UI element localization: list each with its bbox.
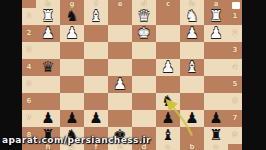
rank-label-right-5: 5: [228, 76, 242, 93]
piece-white-pawn[interactable]: ♟: [113, 76, 126, 93]
rank-label-right-2: 2: [228, 25, 242, 42]
rank-label-right-3: 3: [228, 42, 242, 59]
piece-black-pawn[interactable]: ♟: [41, 110, 54, 127]
square-e5[interactable]: ♟: [108, 76, 132, 93]
square-e2[interactable]: [108, 25, 132, 42]
rank-label: 4: [233, 64, 238, 71]
square-e4[interactable]: [108, 59, 132, 76]
video-frame: hgfedcba1♜♞♝♛♞♜12♟♟♚♟♟2334♛♟♝45♟56♞67♟♟♟…: [0, 0, 266, 150]
square-d3[interactable]: [132, 42, 156, 59]
piece-black-pawn[interactable]: ♟: [65, 110, 78, 127]
square-b5[interactable]: [180, 76, 204, 93]
rank-label-right-8: 8: [228, 127, 242, 144]
square-c1[interactable]: [156, 8, 180, 25]
square-c5[interactable]: [156, 76, 180, 93]
rank-label: 8: [233, 132, 238, 139]
piece-white-rook[interactable]: ♜: [41, 8, 54, 25]
piece-white-pawn[interactable]: ♟: [161, 59, 174, 76]
piece-black-pawn[interactable]: ♟: [209, 110, 222, 127]
square-e7[interactable]: [108, 110, 132, 127]
rank-label: 7: [233, 115, 238, 122]
rank-label: 2: [27, 30, 32, 37]
piece-white-king[interactable]: ♚: [137, 25, 150, 42]
square-c7[interactable]: ♟: [156, 110, 180, 127]
square-a1[interactable]: ♜: [204, 8, 228, 25]
piece-white-pawn[interactable]: ♟: [185, 25, 198, 42]
square-h7[interactable]: ♟: [36, 110, 60, 127]
piece-black-knight[interactable]: ♞: [161, 93, 174, 110]
rank-label: 1: [233, 13, 238, 20]
piece-black-pawn[interactable]: ♟: [89, 110, 102, 127]
square-b3[interactable]: [180, 42, 204, 59]
piece-black-pawn[interactable]: ♟: [161, 110, 174, 127]
square-f1[interactable]: ♝: [84, 8, 108, 25]
file-label: h: [46, 0, 51, 7]
file-label: g: [69, 0, 74, 7]
file-label-bottom-c: c: [156, 144, 180, 150]
square-g1[interactable]: ♞: [60, 8, 84, 25]
piece-white-bishop[interactable]: ♝: [185, 59, 198, 76]
square-g6[interactable]: [60, 93, 84, 110]
file-label: b: [189, 0, 194, 7]
square-a3[interactable]: [204, 42, 228, 59]
rank-label-right-1: 1: [228, 8, 242, 25]
square-b1[interactable]: ♞: [180, 8, 204, 25]
square-c4[interactable]: ♟: [156, 59, 180, 76]
square-g7[interactable]: ♟: [60, 110, 84, 127]
square-f6[interactable]: [84, 93, 108, 110]
square-d7[interactable]: [132, 110, 156, 127]
square-d4[interactable]: [132, 59, 156, 76]
square-h2[interactable]: ♟: [36, 25, 60, 42]
watermark: aparat.com/persianchess.ir: [2, 135, 151, 145]
rank-label: 7: [27, 115, 32, 122]
piece-white-pawn[interactable]: ♟: [65, 25, 78, 42]
file-label-top-e: e: [108, 0, 132, 8]
square-c2[interactable]: [156, 25, 180, 42]
rank-label: 4: [27, 64, 32, 71]
file-label: a: [214, 0, 219, 7]
rank-label: 2: [233, 30, 238, 37]
board-corner: [22, 0, 36, 8]
rank-label: 5: [233, 81, 238, 88]
square-f2[interactable]: [84, 25, 108, 42]
piece-black-queen[interactable]: ♛: [41, 59, 54, 76]
piece-white-pawn[interactable]: ♟: [209, 25, 222, 42]
square-d5[interactable]: [132, 76, 156, 93]
file-label: d: [141, 0, 146, 7]
square-d1[interactable]: ♛: [132, 8, 156, 25]
square-a4[interactable]: [204, 59, 228, 76]
board-corner: [228, 144, 242, 150]
file-label: e: [118, 0, 123, 7]
square-h1[interactable]: ♜: [36, 8, 60, 25]
square-f3[interactable]: [84, 42, 108, 59]
piece-white-rook[interactable]: ♜: [209, 8, 222, 25]
square-a2[interactable]: ♟: [204, 25, 228, 42]
rank-label-right-6: 6: [228, 93, 242, 110]
square-f5[interactable]: [84, 76, 108, 93]
rank-label-left-6: 6: [22, 93, 36, 110]
piece-black-pawn[interactable]: ♟: [185, 110, 198, 127]
square-h6[interactable]: [36, 93, 60, 110]
square-h5[interactable]: [36, 76, 60, 93]
file-label-bottom-a: a: [204, 144, 228, 150]
file-label: f: [94, 0, 97, 7]
rank-label: 6: [27, 98, 32, 105]
file-label: c: [166, 0, 170, 7]
file-label: b: [189, 143, 194, 150]
chess-board: hgfedcba1♜♞♝♛♞♜12♟♟♚♟♟2334♛♟♝45♟56♞67♟♟♟…: [22, 0, 242, 150]
fullscreen-icon[interactable]: [232, 2, 240, 9]
square-e1[interactable]: [108, 8, 132, 25]
square-e3[interactable]: [108, 42, 132, 59]
square-f4[interactable]: [84, 59, 108, 76]
square-b4[interactable]: ♝: [180, 59, 204, 76]
file-label-top-c: c: [156, 0, 180, 8]
square-b6[interactable]: [180, 93, 204, 110]
square-g2[interactable]: ♟: [60, 25, 84, 42]
square-g4[interactable]: [60, 59, 84, 76]
piece-white-bishop[interactable]: ♝: [89, 8, 102, 25]
piece-black-knight[interactable]: ♞: [65, 8, 78, 25]
rank-label-left-5: 5: [22, 76, 36, 93]
square-h4[interactable]: ♛: [36, 59, 60, 76]
square-f7[interactable]: ♟: [84, 110, 108, 127]
square-c6[interactable]: ♞: [156, 93, 180, 110]
square-b2[interactable]: ♟: [180, 25, 204, 42]
rank-label-right-4: 4: [228, 59, 242, 76]
rank-label-left-1: 1: [22, 8, 36, 25]
square-c3[interactable]: [156, 42, 180, 59]
piece-white-pawn[interactable]: ♟: [41, 25, 54, 42]
rank-label-left-2: 2: [22, 25, 36, 42]
piece-white-knight[interactable]: ♞: [185, 8, 198, 25]
square-a7[interactable]: ♟: [204, 110, 228, 127]
file-label-bottom-b: b: [180, 144, 204, 150]
square-g3[interactable]: [60, 42, 84, 59]
square-a6[interactable]: [204, 93, 228, 110]
square-a5[interactable]: [204, 76, 228, 93]
rank-label-right-7: 7: [228, 110, 242, 127]
file-label: a: [214, 143, 219, 150]
rank-label: 1: [27, 13, 32, 20]
rank-label: 5: [27, 81, 32, 88]
rank-label: 6: [233, 98, 238, 105]
square-d6[interactable]: [132, 93, 156, 110]
square-h3[interactable]: [36, 42, 60, 59]
piece-white-queen[interactable]: ♛: [137, 8, 150, 25]
rank-label: 3: [27, 47, 32, 54]
rank-label-left-3: 3: [22, 42, 36, 59]
rank-label-left-4: 4: [22, 59, 36, 76]
square-e6[interactable]: [108, 93, 132, 110]
file-label: c: [166, 143, 170, 150]
square-d2[interactable]: ♚: [132, 25, 156, 42]
square-b7[interactable]: ♟: [180, 110, 204, 127]
rank-label-left-7: 7: [22, 110, 36, 127]
square-g5[interactable]: [60, 76, 84, 93]
rank-label: 3: [233, 47, 238, 54]
